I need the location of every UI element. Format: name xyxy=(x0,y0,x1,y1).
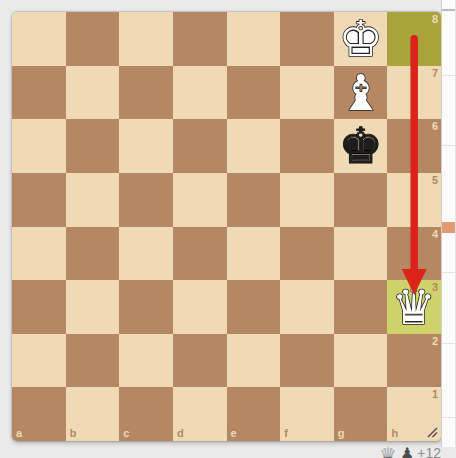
square-a1[interactable]: a xyxy=(12,387,66,441)
coord-rank-8: 8 xyxy=(432,14,438,25)
square-d1[interactable]: d xyxy=(173,387,227,441)
square-c6[interactable] xyxy=(119,119,173,173)
black-pawn-icon: ♟ xyxy=(400,446,414,458)
coord-file-e: e xyxy=(231,428,237,439)
square-e6[interactable] xyxy=(227,119,281,173)
square-b7[interactable] xyxy=(66,66,120,120)
square-c1[interactable]: c xyxy=(119,387,173,441)
svg-text:♝: ♝ xyxy=(338,66,383,120)
sidebar-row-divider xyxy=(442,75,455,76)
sidebar-row-divider xyxy=(442,9,455,11)
square-f2[interactable] xyxy=(280,334,334,388)
square-g2[interactable] xyxy=(334,334,388,388)
square-h8[interactable]: 8 xyxy=(387,12,441,66)
sidebar-active-row[interactable] xyxy=(442,222,455,233)
square-h7[interactable]: 7 xyxy=(387,66,441,120)
coord-rank-7: 7 xyxy=(432,68,438,79)
sidebar-row-divider xyxy=(442,272,455,273)
white-queen[interactable]: ♛ xyxy=(387,280,441,334)
coord-file-b: b xyxy=(70,428,77,439)
square-h1[interactable]: 1h xyxy=(387,387,441,441)
square-a4[interactable] xyxy=(12,227,66,281)
coord-file-a: a xyxy=(16,428,22,439)
square-g7[interactable]: ♝ xyxy=(334,66,388,120)
square-e7[interactable] xyxy=(227,66,281,120)
coord-rank-1: 1 xyxy=(432,389,438,400)
square-b2[interactable] xyxy=(66,334,120,388)
square-h4[interactable]: 4 xyxy=(387,227,441,281)
white-king[interactable]: ♚ xyxy=(334,12,388,66)
square-g8[interactable]: ♚ xyxy=(334,12,388,66)
square-f6[interactable] xyxy=(280,119,334,173)
coord-rank-2: 2 xyxy=(432,336,438,347)
square-a7[interactable] xyxy=(12,66,66,120)
square-f8[interactable] xyxy=(280,12,334,66)
coord-file-d: d xyxy=(177,428,184,439)
square-b4[interactable] xyxy=(66,227,120,281)
sidebar-edge[interactable] xyxy=(441,0,456,447)
square-g6[interactable]: ♚ xyxy=(334,119,388,173)
square-e3[interactable] xyxy=(227,280,281,334)
square-g5[interactable] xyxy=(334,173,388,227)
square-g1[interactable]: g xyxy=(334,387,388,441)
square-a2[interactable] xyxy=(12,334,66,388)
square-f5[interactable] xyxy=(280,173,334,227)
sidebar-row-divider xyxy=(442,145,455,146)
square-a5[interactable] xyxy=(12,173,66,227)
square-a8[interactable] xyxy=(12,12,66,66)
sidebar-row-divider xyxy=(442,417,455,418)
square-c8[interactable] xyxy=(119,12,173,66)
square-h3[interactable]: 3♛ xyxy=(387,280,441,334)
square-h5[interactable]: 5 xyxy=(387,173,441,227)
coord-file-c: c xyxy=(123,428,129,439)
square-c4[interactable] xyxy=(119,227,173,281)
svg-text:♚: ♚ xyxy=(338,12,383,66)
square-d3[interactable] xyxy=(173,280,227,334)
square-c5[interactable] xyxy=(119,173,173,227)
square-b8[interactable] xyxy=(66,12,120,66)
square-a6[interactable] xyxy=(12,119,66,173)
coord-file-f: f xyxy=(284,428,288,439)
square-a3[interactable] xyxy=(12,280,66,334)
square-b3[interactable] xyxy=(66,280,120,334)
coord-file-g: g xyxy=(338,428,345,439)
white-queen-icon: ♕ xyxy=(379,445,397,458)
square-c3[interactable] xyxy=(119,280,173,334)
square-b5[interactable] xyxy=(66,173,120,227)
coord-file-h: h xyxy=(391,428,398,439)
square-d7[interactable] xyxy=(173,66,227,120)
square-e1[interactable]: e xyxy=(227,387,281,441)
square-c2[interactable] xyxy=(119,334,173,388)
square-b6[interactable] xyxy=(66,119,120,173)
chess-board[interactable]: ♚8♝7♚6543♛2abcdefg1h xyxy=(12,12,441,441)
material-advantage-text: +12 xyxy=(417,446,441,458)
square-f3[interactable] xyxy=(280,280,334,334)
square-e4[interactable] xyxy=(227,227,281,281)
square-f4[interactable] xyxy=(280,227,334,281)
square-h2[interactable]: 2 xyxy=(387,334,441,388)
square-d2[interactable] xyxy=(173,334,227,388)
square-e8[interactable] xyxy=(227,12,281,66)
svg-text:♚: ♚ xyxy=(338,119,383,173)
coord-rank-6: 6 xyxy=(432,121,438,132)
sidebar-row-divider xyxy=(442,343,455,344)
square-b1[interactable]: b xyxy=(66,387,120,441)
white-bishop[interactable]: ♝ xyxy=(334,66,388,120)
square-h6[interactable]: 6 xyxy=(387,119,441,173)
material-advantage: ♕ ♟ +12 xyxy=(379,445,456,458)
svg-text:♛: ♛ xyxy=(392,280,437,334)
square-e5[interactable] xyxy=(227,173,281,227)
square-e2[interactable] xyxy=(227,334,281,388)
board-resize-handle-icon[interactable] xyxy=(426,426,438,438)
square-c7[interactable] xyxy=(119,66,173,120)
square-d4[interactable] xyxy=(173,227,227,281)
square-f7[interactable] xyxy=(280,66,334,120)
square-d6[interactable] xyxy=(173,119,227,173)
square-d8[interactable] xyxy=(173,12,227,66)
square-g3[interactable] xyxy=(334,280,388,334)
coord-rank-5: 5 xyxy=(432,175,438,186)
black-king[interactable]: ♚ xyxy=(334,119,388,173)
square-d5[interactable] xyxy=(173,173,227,227)
coord-rank-4: 4 xyxy=(432,229,438,240)
square-g4[interactable] xyxy=(334,227,388,281)
square-f1[interactable]: f xyxy=(280,387,334,441)
